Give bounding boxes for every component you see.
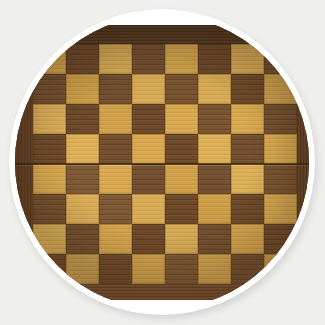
square-f5 (198, 134, 231, 164)
square-h7 (264, 74, 297, 104)
square-h5 (264, 134, 297, 164)
square-d7 (132, 74, 165, 104)
square-f3 (198, 194, 231, 224)
square-a1 (33, 254, 66, 284)
square-g5 (231, 134, 264, 164)
square-f8 (198, 44, 231, 74)
square-a4 (33, 164, 66, 194)
square-c8 (99, 44, 132, 74)
square-a6 (33, 104, 66, 134)
square-d5 (132, 134, 165, 164)
square-h2 (264, 224, 297, 254)
square-a5 (33, 134, 66, 164)
square-b1 (66, 254, 99, 284)
square-h1 (264, 254, 297, 284)
square-a3 (33, 194, 66, 224)
square-h4 (264, 164, 297, 194)
chessboard-photo (15, 25, 309, 300)
sticker-photo-clip (15, 15, 309, 309)
board-frame-bottom (15, 284, 309, 300)
square-b5 (66, 134, 99, 164)
square-c4 (99, 164, 132, 194)
square-d6 (132, 104, 165, 134)
square-g4 (231, 164, 264, 194)
square-e6 (165, 104, 198, 134)
square-h3 (264, 194, 297, 224)
square-b4 (66, 164, 99, 194)
square-g2 (231, 224, 264, 254)
square-d3 (132, 194, 165, 224)
square-e4 (165, 164, 198, 194)
square-f4 (198, 164, 231, 194)
square-f7 (198, 74, 231, 104)
square-g1 (231, 254, 264, 284)
square-f2 (198, 224, 231, 254)
round-sticker (9, 9, 315, 315)
square-b3 (66, 194, 99, 224)
square-d4 (132, 164, 165, 194)
square-f1 (198, 254, 231, 284)
square-b2 (66, 224, 99, 254)
square-c7 (99, 74, 132, 104)
square-c2 (99, 224, 132, 254)
square-e7 (165, 74, 198, 104)
square-d8 (132, 44, 165, 74)
square-e1 (165, 254, 198, 284)
product-photo-stage (0, 0, 325, 325)
square-c3 (99, 194, 132, 224)
square-h8 (264, 44, 297, 74)
square-e8 (165, 44, 198, 74)
square-a2 (33, 224, 66, 254)
square-g6 (231, 104, 264, 134)
square-c1 (99, 254, 132, 284)
square-e5 (165, 134, 198, 164)
square-g7 (231, 74, 264, 104)
fold-seam (15, 163, 309, 166)
square-b6 (66, 104, 99, 134)
square-a7 (33, 74, 66, 104)
board-frame-top (15, 25, 309, 44)
square-b8 (66, 44, 99, 74)
square-a8 (33, 44, 66, 74)
square-h6 (264, 104, 297, 134)
square-e2 (165, 224, 198, 254)
square-b7 (66, 74, 99, 104)
square-c5 (99, 134, 132, 164)
square-e3 (165, 194, 198, 224)
square-g3 (231, 194, 264, 224)
square-c6 (99, 104, 132, 134)
square-d1 (132, 254, 165, 284)
square-d2 (132, 224, 165, 254)
square-g8 (231, 44, 264, 74)
square-f6 (198, 104, 231, 134)
